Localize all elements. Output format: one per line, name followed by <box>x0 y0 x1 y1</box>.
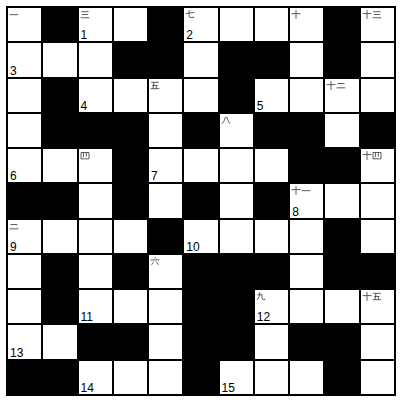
cell-r2c8-black <box>255 43 288 76</box>
cell-r4c5[interactable] <box>149 114 182 147</box>
cell-r2c3[interactable] <box>79 43 112 76</box>
cell-r2c2[interactable] <box>43 43 76 76</box>
cell-r9c10[interactable] <box>325 290 358 323</box>
down-label <box>221 115 231 126</box>
cn-numeral-glyph <box>301 185 311 196</box>
cell-r1c11[interactable] <box>361 8 394 41</box>
cn-numeral-glyph <box>336 80 346 91</box>
cell-r2c9[interactable] <box>290 43 323 76</box>
cell-r8c4-black <box>114 255 147 288</box>
cell-r10c4-black <box>114 325 147 358</box>
cn-numeral-glyph <box>372 9 382 20</box>
cn-numeral-glyph <box>291 9 301 20</box>
cn-numeral-glyph <box>362 150 372 161</box>
cell-r6c3[interactable] <box>79 184 112 217</box>
down-label <box>291 9 301 20</box>
down-label <box>185 9 195 20</box>
cell-r6c11[interactable] <box>361 184 394 217</box>
cell-r11c6-black <box>184 361 217 394</box>
cell-r3c10[interactable] <box>325 79 358 112</box>
cn-numeral-glyph <box>326 80 336 91</box>
cell-r8c7-black <box>220 255 253 288</box>
cell-r3c8[interactable]: 5 <box>255 79 288 112</box>
cell-r4c2-black <box>43 114 76 147</box>
across-number: 15 <box>222 382 235 394</box>
cell-r7c4[interactable] <box>114 220 147 253</box>
cell-r7c5-black <box>149 220 182 253</box>
cn-numeral-glyph <box>150 80 160 91</box>
cell-r4c10[interactable] <box>325 114 358 147</box>
cell-r2c10-black <box>325 43 358 76</box>
cell-r6c2-black <box>43 184 76 217</box>
cell-r5c3[interactable] <box>79 149 112 182</box>
cell-r1c2-black <box>43 8 76 41</box>
cell-r11c10-black <box>325 361 358 394</box>
cn-numeral-glyph <box>185 9 195 20</box>
cell-r7c11[interactable] <box>361 220 394 253</box>
crossword-board: 123456789101112131415 <box>6 6 396 396</box>
across-number: 8 <box>292 206 299 218</box>
cell-r2c6[interactable] <box>184 43 217 76</box>
cell-r7c7[interactable] <box>220 220 253 253</box>
cell-r9c6-black <box>184 290 217 323</box>
cell-r10c7-black <box>220 325 253 358</box>
cell-r6c10[interactable] <box>325 184 358 217</box>
cell-r5c10-black <box>325 149 358 182</box>
cn-numeral-glyph <box>362 9 372 20</box>
cell-r8c9[interactable] <box>290 255 323 288</box>
cell-r8c1[interactable] <box>8 255 41 288</box>
across-number: 14 <box>81 382 94 394</box>
cell-r4c8-black <box>255 114 288 147</box>
cell-r11c8[interactable] <box>255 361 288 394</box>
cell-r10c5[interactable] <box>149 325 182 358</box>
down-label <box>291 185 311 196</box>
cell-r10c2[interactable] <box>43 325 76 358</box>
down-label <box>362 9 382 20</box>
cell-r10c6-black <box>184 325 217 358</box>
cell-r3c3[interactable]: 4 <box>79 79 112 112</box>
cell-r3c9[interactable] <box>290 79 323 112</box>
down-label <box>256 291 266 302</box>
across-number: 11 <box>81 311 93 323</box>
across-number: 6 <box>10 170 17 182</box>
cell-r10c9-black <box>290 325 323 358</box>
across-number: 7 <box>151 170 158 182</box>
cell-r2c1[interactable]: 3 <box>8 43 41 76</box>
cell-r11c11[interactable] <box>361 361 394 394</box>
cell-r5c1[interactable]: 6 <box>8 149 41 182</box>
cell-r8c5[interactable] <box>149 255 182 288</box>
cell-r5c5[interactable]: 7 <box>149 149 182 182</box>
cell-r5c2[interactable] <box>43 149 76 182</box>
across-number: 12 <box>257 311 270 323</box>
cell-r9c4[interactable] <box>114 290 147 323</box>
cn-numeral-glyph <box>80 150 90 161</box>
across-number: 3 <box>10 65 17 77</box>
cell-r9c9[interactable] <box>290 290 323 323</box>
cell-r1c9[interactable] <box>290 8 323 41</box>
cell-r5c4-black <box>114 149 147 182</box>
cell-r11c9[interactable] <box>290 361 323 394</box>
cell-r4c6-black <box>184 114 217 147</box>
cell-r2c4-black <box>114 43 147 76</box>
across-number: 9 <box>10 241 17 253</box>
cell-r9c2-black <box>43 290 76 323</box>
down-label <box>326 80 346 91</box>
cell-r1c5-black <box>149 8 182 41</box>
across-number: 2 <box>186 29 193 41</box>
cell-r1c4[interactable] <box>114 8 147 41</box>
cell-r8c2-black <box>43 255 76 288</box>
cell-r4c4-black <box>114 114 147 147</box>
cn-numeral-glyph <box>291 185 301 196</box>
cell-r4c1[interactable] <box>8 114 41 147</box>
cell-r6c1-black <box>8 184 41 217</box>
cell-r7c6[interactable]: 10 <box>184 220 217 253</box>
down-label <box>362 150 382 161</box>
cell-r8c3[interactable] <box>79 255 112 288</box>
cell-r9c3[interactable]: 11 <box>79 290 112 323</box>
cell-r1c6[interactable]: 2 <box>184 8 217 41</box>
cell-r11c2-black <box>43 361 76 394</box>
across-number: 4 <box>81 100 88 112</box>
cn-numeral-glyph <box>372 150 382 161</box>
cell-r8c10-black <box>325 255 358 288</box>
cell-r7c3[interactable] <box>79 220 112 253</box>
cell-r7c1[interactable]: 9 <box>8 220 41 253</box>
cell-r3c2-black <box>43 79 76 112</box>
cn-numeral-glyph <box>362 291 372 302</box>
across-number: 13 <box>10 347 23 359</box>
cell-r7c8[interactable] <box>255 220 288 253</box>
cell-r4c7[interactable] <box>220 114 253 147</box>
cn-numeral-glyph <box>80 9 90 20</box>
cell-r8c11-black <box>361 255 394 288</box>
cell-r9c8[interactable]: 12 <box>255 290 288 323</box>
cn-numeral-glyph <box>9 9 19 20</box>
cell-r9c7-black <box>220 290 253 323</box>
cell-r2c11[interactable] <box>361 43 394 76</box>
cell-r11c4[interactable] <box>114 361 147 394</box>
down-label <box>150 256 160 267</box>
cell-r3c11[interactable] <box>361 79 394 112</box>
cell-r9c5[interactable] <box>149 290 182 323</box>
cell-r3c1[interactable] <box>8 79 41 112</box>
cell-r10c1[interactable]: 13 <box>8 325 41 358</box>
cell-r1c10-black <box>325 8 358 41</box>
cell-r5c6[interactable] <box>184 149 217 182</box>
cell-r2c7-black <box>220 43 253 76</box>
cell-r6c7[interactable] <box>220 184 253 217</box>
cell-r7c2[interactable] <box>43 220 76 253</box>
cn-numeral-glyph <box>256 291 266 302</box>
cell-r3c6[interactable] <box>184 79 217 112</box>
cell-r8c6-black <box>184 255 217 288</box>
cell-r10c3-black <box>79 325 112 358</box>
cn-numeral-glyph <box>221 115 231 126</box>
cell-r4c11-black <box>361 114 394 147</box>
down-label <box>150 80 160 91</box>
cell-r4c3-black <box>79 114 112 147</box>
cn-numeral-glyph <box>150 256 160 267</box>
cell-r11c3[interactable]: 14 <box>79 361 112 394</box>
cell-r8c8-black <box>255 255 288 288</box>
cell-r6c4-black <box>114 184 147 217</box>
cell-r10c8[interactable] <box>255 325 288 358</box>
cell-r5c9-black <box>290 149 323 182</box>
cell-r9c1[interactable] <box>8 290 41 323</box>
cn-numeral-glyph <box>372 291 382 302</box>
cell-r5c8[interactable] <box>255 149 288 182</box>
cell-r9c11[interactable] <box>361 290 394 323</box>
cell-r4c9-black <box>290 114 323 147</box>
crossword-puzzle: 123456789101112131415 <box>0 0 400 400</box>
cell-r11c7[interactable]: 15 <box>220 361 253 394</box>
cell-r6c5[interactable] <box>149 184 182 217</box>
down-label <box>80 150 90 161</box>
cell-r3c4[interactable] <box>114 79 147 112</box>
down-label <box>9 221 19 232</box>
cn-numeral-glyph <box>9 221 19 232</box>
cell-r3c5[interactable] <box>149 79 182 112</box>
cell-r6c6-black <box>184 184 217 217</box>
cell-r10c10-black <box>325 325 358 358</box>
down-label <box>9 9 19 20</box>
across-number: 5 <box>257 100 264 112</box>
cell-r7c10-black <box>325 220 358 253</box>
cell-r5c11[interactable] <box>361 149 394 182</box>
cell-r1c8[interactable] <box>255 8 288 41</box>
across-number: 10 <box>186 241 199 253</box>
cell-r10c11[interactable] <box>361 325 394 358</box>
cell-r6c8-black <box>255 184 288 217</box>
down-label <box>80 9 90 20</box>
cell-r1c3[interactable]: 1 <box>79 8 112 41</box>
across-number: 1 <box>81 29 88 41</box>
cell-r2c5-black <box>149 43 182 76</box>
cell-r6c9[interactable]: 8 <box>290 184 323 217</box>
down-label <box>362 291 382 302</box>
cell-r11c5[interactable] <box>149 361 182 394</box>
cell-r11c1-black <box>8 361 41 394</box>
cell-r7c9[interactable] <box>290 220 323 253</box>
cell-r3c7-black <box>220 79 253 112</box>
cell-r5c7[interactable] <box>220 149 253 182</box>
cell-r1c1[interactable] <box>8 8 41 41</box>
cell-r1c7[interactable] <box>220 8 253 41</box>
